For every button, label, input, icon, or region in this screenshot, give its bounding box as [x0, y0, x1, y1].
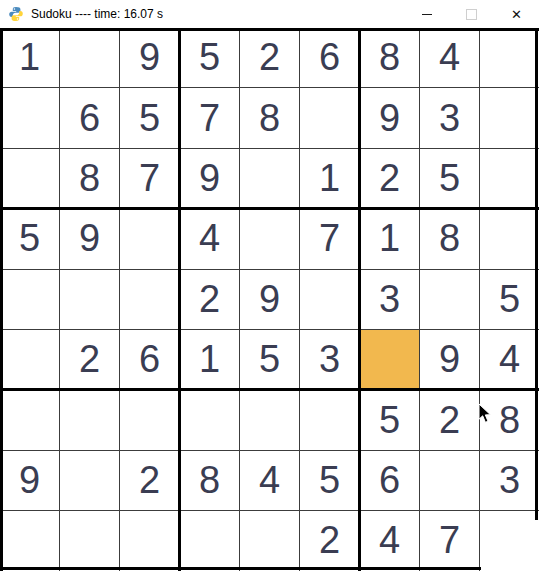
cell-r9c6[interactable]: 2	[300, 511, 360, 571]
cell-r2c2[interactable]: 6	[60, 88, 120, 148]
cell-r6c7[interactable]	[360, 330, 420, 390]
cell-r9c4[interactable]	[180, 511, 240, 571]
cell-r7c4[interactable]	[180, 390, 240, 450]
cell-r4c3[interactable]	[120, 209, 180, 269]
titlebar: Sudoku ---- time: 16.07 s ✕	[0, 0, 539, 28]
cell-r3c5[interactable]	[240, 149, 300, 209]
cell-r3c8[interactable]: 5	[420, 149, 480, 209]
board-border-left	[0, 28, 3, 571]
cell-r9c5[interactable]	[240, 511, 300, 571]
cell-r8c8[interactable]	[420, 451, 480, 511]
maximize-button[interactable]	[449, 0, 494, 28]
cell-r1c2[interactable]	[60, 28, 120, 88]
cell-r4c5[interactable]	[240, 209, 300, 269]
cell-r6c2[interactable]: 2	[60, 330, 120, 390]
cell-r7c2[interactable]	[60, 390, 120, 450]
cell-r7c5[interactable]	[240, 390, 300, 450]
cell-r8c2[interactable]	[60, 451, 120, 511]
cell-r9c3[interactable]	[120, 511, 180, 571]
cell-r8c6[interactable]: 5	[300, 451, 360, 511]
cell-r5c4[interactable]: 2	[180, 270, 240, 330]
cell-r8c1[interactable]: 9	[0, 451, 60, 511]
cell-r4c8[interactable]: 8	[420, 209, 480, 269]
cell-r4c9[interactable]	[480, 209, 539, 269]
cell-r5c7[interactable]: 3	[360, 270, 420, 330]
cell-r2c6[interactable]	[300, 88, 360, 148]
cell-r7c8[interactable]: 2	[420, 390, 480, 450]
cell-r3c1[interactable]	[0, 149, 60, 209]
cell-r1c3[interactable]: 9	[120, 28, 180, 88]
block-line-h1	[0, 207, 539, 210]
cell-r1c8[interactable]: 4	[420, 28, 480, 88]
cell-r1c4[interactable]: 5	[180, 28, 240, 88]
cell-r5c8[interactable]	[420, 270, 480, 330]
cell-r2c8[interactable]: 3	[420, 88, 480, 148]
cell-r6c1[interactable]	[0, 330, 60, 390]
cell-r8c7[interactable]: 6	[360, 451, 420, 511]
cell-r5c9[interactable]: 5	[480, 270, 539, 330]
cell-r3c2[interactable]: 8	[60, 149, 120, 209]
cell-r3c3[interactable]: 7	[120, 149, 180, 209]
sudoku-board: 1952684657893879125594718293526153945289…	[0, 28, 539, 571]
cell-r2c5[interactable]: 8	[240, 88, 300, 148]
board-border-right	[535, 28, 538, 520]
cell-r6c6[interactable]: 3	[300, 330, 360, 390]
cell-r2c9[interactable]	[480, 88, 539, 148]
minimize-button[interactable]	[404, 0, 449, 28]
close-button[interactable]: ✕	[494, 0, 539, 28]
cell-r4c2[interactable]: 9	[60, 209, 120, 269]
cell-r3c4[interactable]: 9	[180, 149, 240, 209]
cell-r9c9[interactable]	[480, 511, 539, 571]
cell-r3c9[interactable]	[480, 149, 539, 209]
cell-r2c4[interactable]: 7	[180, 88, 240, 148]
cell-r4c7[interactable]: 1	[360, 209, 420, 269]
cell-r2c7[interactable]: 9	[360, 88, 420, 148]
cell-r8c3[interactable]: 2	[120, 451, 180, 511]
sudoku-grid: 1952684657893879125594718293526153945289…	[0, 28, 539, 571]
cell-r5c2[interactable]	[60, 270, 120, 330]
minimize-icon	[422, 14, 432, 15]
cell-r6c8[interactable]: 9	[420, 330, 480, 390]
close-icon: ✕	[511, 8, 522, 21]
cell-r8c4[interactable]: 8	[180, 451, 240, 511]
cell-r4c6[interactable]: 7	[300, 209, 360, 269]
mouse-cursor-icon	[478, 403, 492, 424]
cell-r7c3[interactable]	[120, 390, 180, 450]
cell-r9c7[interactable]: 4	[360, 511, 420, 571]
block-line-v1	[178, 28, 181, 571]
cell-r5c1[interactable]	[0, 270, 60, 330]
cell-r4c1[interactable]: 5	[0, 209, 60, 269]
block-line-h2	[0, 388, 539, 391]
window-title: Sudoku ---- time: 16.07 s	[31, 7, 163, 21]
maximize-icon	[466, 9, 477, 20]
cell-r2c1[interactable]	[0, 88, 60, 148]
cell-r1c1[interactable]: 1	[0, 28, 60, 88]
board-border-top	[0, 28, 539, 31]
block-line-v2	[358, 28, 361, 571]
cell-r3c6[interactable]: 1	[300, 149, 360, 209]
cell-r9c1[interactable]	[0, 511, 60, 571]
cell-r6c9[interactable]: 4	[480, 330, 539, 390]
cell-r5c3[interactable]	[120, 270, 180, 330]
cell-r1c6[interactable]: 6	[300, 28, 360, 88]
cell-r2c3[interactable]: 5	[120, 88, 180, 148]
cell-r7c7[interactable]: 5	[360, 390, 420, 450]
cell-r9c2[interactable]	[60, 511, 120, 571]
cell-r6c3[interactable]: 6	[120, 330, 180, 390]
cell-r4c4[interactable]: 4	[180, 209, 240, 269]
cell-r5c5[interactable]: 9	[240, 270, 300, 330]
cell-r1c5[interactable]: 2	[240, 28, 300, 88]
cell-r9c8[interactable]: 7	[420, 511, 480, 571]
cell-r3c7[interactable]: 2	[360, 149, 420, 209]
cell-r8c9[interactable]: 3	[480, 451, 539, 511]
cell-r7c6[interactable]	[300, 390, 360, 450]
cell-r8c5[interactable]: 4	[240, 451, 300, 511]
cell-r5c6[interactable]	[300, 270, 360, 330]
cell-r7c1[interactable]	[0, 390, 60, 450]
board-border-bottom	[0, 567, 481, 570]
cell-r1c9[interactable]	[480, 28, 539, 88]
python-logo-icon	[8, 6, 24, 22]
cell-r6c4[interactable]: 1	[180, 330, 240, 390]
cell-r6c5[interactable]: 5	[240, 330, 300, 390]
caption-buttons: ✕	[404, 0, 539, 28]
cell-r1c7[interactable]: 8	[360, 28, 420, 88]
